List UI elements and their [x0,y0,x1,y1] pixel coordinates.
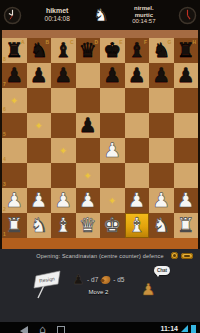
square-c8[interactable]: C♝ [51,38,76,63]
piece-bp-h7: ♟ [174,63,199,88]
move-hint-icon: ✦ [59,146,67,156]
piece-wb-f1: ♝ [125,213,150,238]
square-b4[interactable] [27,138,52,163]
square-b7[interactable]: ♟ [27,63,52,88]
piece-bp-f7: ♟ [125,63,150,88]
status-time: 11:14 [160,325,178,332]
info-row: Opening: Scandinavian (centre counter) d… [0,249,200,262]
square-a5[interactable]: 5 [2,113,27,138]
square-f1[interactable]: ♝ [125,213,150,238]
square-d2[interactable]: ♟ [76,188,101,213]
move-from-square: - d7 [87,276,98,283]
square-f4[interactable] [125,138,150,163]
piece-wr-h1: ♜ [174,213,199,238]
square-e7[interactable]: ♟ [100,63,125,88]
piece-bn-g8: ♞ [149,38,174,63]
move-to-square: - d5 [113,276,124,283]
square-h6[interactable] [174,88,199,113]
rank-label-4: 4 [3,156,6,162]
square-b6[interactable] [27,88,52,113]
black-player-name-line1: nirmel. [110,5,178,12]
square-e4[interactable]: ♟ [100,138,125,163]
square-d3[interactable]: ✦ [76,163,101,188]
piece-wp-c2: ♟ [51,188,76,213]
rank-label-3: 3 [3,181,6,187]
piece-bq-d8: ♛ [76,38,101,63]
piece-wb-c1: ♝ [51,213,76,238]
opening-name: Opening: Scandinavian (centre counter) d… [36,253,164,259]
square-h5[interactable] [174,113,199,138]
resign-button[interactable]: Resign [32,268,64,300]
square-b3[interactable] [27,163,52,188]
square-b5[interactable]: ✦ [27,113,52,138]
black-player-block: nirmel. murtic 00:14:57 [110,5,178,26]
square-a6[interactable]: 6✦ [2,88,27,113]
black-player-time: 00:14:57 [110,18,178,25]
piece-bp-b7: ♟ [27,63,52,88]
piece-wp-b2: ♟ [27,188,52,213]
recents-icon[interactable] [57,326,65,333]
square-f6[interactable] [125,88,150,113]
square-g1[interactable]: ♞ [149,213,174,238]
black-player-name-line2: murtic [110,12,178,19]
square-e2[interactable]: ✦ [100,188,125,213]
square-e3[interactable] [100,163,125,188]
square-f2[interactable]: ♟ [125,188,150,213]
home-icon[interactable]: ⌂ [39,325,46,333]
piece-wp-d2: ♟ [76,188,101,213]
square-d5[interactable]: ♟ [76,113,101,138]
piece-wp-g2: ♟ [149,188,174,213]
square-d4[interactable] [76,138,101,163]
square-h2[interactable]: ♟ [174,188,199,213]
square-a4[interactable]: 4 [2,138,27,163]
move-hint-icon: ✦ [84,171,92,181]
square-a7[interactable]: 7♟ [2,63,27,88]
piece-bn-b8: ♞ [27,38,52,63]
square-g5[interactable] [149,113,174,138]
square-h7[interactable]: ♟ [174,63,199,88]
move-hint-icon: ✦ [10,96,18,106]
rank-label-5: 5 [3,131,6,137]
piece-bk-e8: ♚ [100,38,125,63]
square-d7[interactable] [76,63,101,88]
square-c4[interactable]: ✦ [51,138,76,163]
piece-wn-b1: ♞ [27,213,52,238]
black-pawn-icon: ♟ [72,273,84,286]
square-g3[interactable] [149,163,174,188]
square-a2[interactable]: 2♟ [2,188,27,213]
square-c6[interactable] [51,88,76,113]
piece-bp-a7: ♟ [2,63,27,88]
pill-icon[interactable] [181,253,193,259]
chat-button[interactable]: ♟ Chat [138,266,170,300]
android-nav-bar: ⌂ 11:14 [0,322,200,333]
square-d1[interactable]: ♛ [76,213,101,238]
white-clock-icon [3,6,22,25]
square-h3[interactable] [174,163,199,188]
chat-bubble-label: Chat [154,266,170,275]
piece-bp-g7: ♟ [149,63,174,88]
piece-bp-c7: ♟ [51,63,76,88]
square-c2[interactable]: ♟ [51,188,76,213]
square-f8[interactable]: F♝ [125,38,150,63]
square-d6[interactable] [76,88,101,113]
square-e1[interactable]: ♚ [100,213,125,238]
piece-br-h8: ♜ [174,38,199,63]
square-b1[interactable]: ♞ [27,213,52,238]
coin-icon[interactable] [171,252,178,259]
square-e8[interactable]: E♚ [100,38,125,63]
white-player-block: hikmet 00:14:08 [22,7,92,23]
chat-pawn-icon: ♟ [141,282,155,298]
piece-wq-d1: ♛ [76,213,101,238]
piece-wk-e1: ♚ [100,213,125,238]
white-player-name: hikmet [22,7,92,15]
move-number: Move 2 [72,289,124,295]
piece-wp-h2: ♟ [174,188,199,213]
white-knight-turn-icon: ♞ [93,7,108,24]
white-player-time: 00:14:08 [22,15,92,22]
square-h1[interactable]: ♜ [174,213,199,238]
square-f3[interactable] [125,163,150,188]
square-f5[interactable] [125,113,150,138]
square-b2[interactable]: ♟ [27,188,52,213]
piece-wp-a2: ♟ [2,188,27,213]
square-e6[interactable] [100,88,125,113]
square-c1[interactable]: ♝ [51,213,76,238]
square-d8[interactable]: D♛ [76,38,101,63]
piece-wn-g1: ♞ [149,213,174,238]
piece-bp-d5: ♟ [76,113,101,138]
hand-icon [101,276,110,284]
piece-wp-e4: ♟ [100,138,125,163]
square-a3[interactable]: 3 [2,163,27,188]
square-f7[interactable]: ♟ [125,63,150,88]
square-h8[interactable]: H♜ [174,38,199,63]
board-frame-top [0,30,200,38]
piece-bp-e7: ♟ [100,63,125,88]
chess-board[interactable]: A8♜B♞C♝D♛E♚F♝G♞H♜7♟♟♟♟♟♟♟6✦5✦♟4✦♟3✦2♟♟♟♟… [0,38,200,238]
square-b8[interactable]: B♞ [27,38,52,63]
rank-label-6: 6 [3,106,6,112]
square-c5[interactable] [51,113,76,138]
move-hint-icon: ✦ [35,121,43,131]
square-c7[interactable]: ♟ [51,63,76,88]
square-a1[interactable]: 1♜ [2,213,27,238]
piece-bb-c8: ♝ [51,38,76,63]
piece-br-a8: ♜ [2,38,27,63]
piece-bb-f8: ♝ [125,38,150,63]
controls-bar: Resign ♟ - d7 - d5 Move 2 ♟ Chat [0,262,200,318]
last-move-indicator: ♟ - d7 - d5 Move 2 [72,273,124,295]
move-hint-icon: ✦ [108,196,116,206]
square-g6[interactable] [149,88,174,113]
game-header: hikmet 00:14:08 ♞ nirmel. murtic 00:14:5… [0,0,200,30]
signal-icon [181,325,188,332]
black-clock-icon [178,6,197,25]
square-h4[interactable] [174,138,199,163]
back-icon[interactable] [20,326,28,333]
square-g7[interactable]: ♟ [149,63,174,88]
square-a8[interactable]: A8♜ [2,38,27,63]
square-c3[interactable] [51,163,76,188]
square-e5[interactable] [100,113,125,138]
square-g2[interactable]: ♟ [149,188,174,213]
battery-icon [191,325,196,333]
piece-wr-a1: ♜ [2,213,27,238]
square-g4[interactable] [149,138,174,163]
square-g8[interactable]: G♞ [149,38,174,63]
piece-wp-f2: ♟ [125,188,150,213]
board-frame-bottom [0,238,200,249]
